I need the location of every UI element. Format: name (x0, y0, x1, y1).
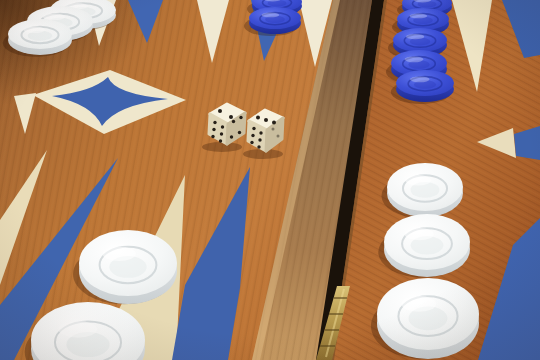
backgammon-board (0, 0, 540, 360)
vignette (0, 0, 540, 360)
backgammon-board-photo (0, 0, 540, 360)
